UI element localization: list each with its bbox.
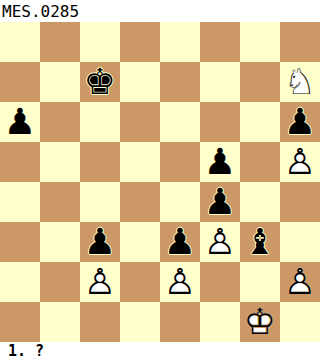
square-b2[interactable] bbox=[40, 262, 80, 302]
white-pawn: ♟♙ bbox=[160, 262, 200, 302]
square-h1[interactable] bbox=[280, 302, 320, 342]
square-d8[interactable] bbox=[120, 22, 160, 62]
white-king: ♚♔ bbox=[240, 302, 280, 342]
square-a2[interactable] bbox=[0, 262, 40, 302]
square-c6[interactable] bbox=[80, 102, 120, 142]
white-pawn: ♟♙ bbox=[80, 262, 120, 302]
square-h5[interactable]: ♟♙ bbox=[280, 142, 320, 182]
square-d3[interactable] bbox=[120, 222, 160, 262]
square-f6[interactable] bbox=[200, 102, 240, 142]
piece-outline: ♙ bbox=[80, 262, 120, 302]
piece-outline: ♙ bbox=[160, 262, 200, 302]
square-c5[interactable] bbox=[80, 142, 120, 182]
piece-outline: ♙ bbox=[280, 142, 320, 182]
square-g3[interactable]: ♝ bbox=[240, 222, 280, 262]
piece-glyph: ♟ bbox=[80, 222, 120, 262]
square-b3[interactable] bbox=[40, 222, 80, 262]
move-prompt: 1. ? bbox=[0, 342, 320, 360]
square-g2[interactable] bbox=[240, 262, 280, 302]
square-h7[interactable]: ♞♘ bbox=[280, 62, 320, 102]
square-a4[interactable] bbox=[0, 182, 40, 222]
square-e8[interactable] bbox=[160, 22, 200, 62]
square-b8[interactable] bbox=[40, 22, 80, 62]
square-g8[interactable] bbox=[240, 22, 280, 62]
piece-glyph: ♝ bbox=[240, 222, 280, 262]
puzzle-id: MES.0285 bbox=[0, 0, 320, 22]
square-e2[interactable]: ♟♙ bbox=[160, 262, 200, 302]
square-c1[interactable] bbox=[80, 302, 120, 342]
white-knight: ♞♘ bbox=[280, 62, 320, 102]
white-pawn: ♟♙ bbox=[200, 222, 240, 262]
square-e4[interactable] bbox=[160, 182, 200, 222]
black-pawn: ♟ bbox=[80, 222, 120, 262]
square-a5[interactable] bbox=[0, 142, 40, 182]
square-b6[interactable] bbox=[40, 102, 80, 142]
square-b5[interactable] bbox=[40, 142, 80, 182]
square-d2[interactable] bbox=[120, 262, 160, 302]
square-f7[interactable] bbox=[200, 62, 240, 102]
square-h6[interactable]: ♟ bbox=[280, 102, 320, 142]
square-h3[interactable] bbox=[280, 222, 320, 262]
piece-glyph: ♟ bbox=[160, 222, 200, 262]
black-pawn: ♟ bbox=[160, 222, 200, 262]
white-pawn: ♟♙ bbox=[280, 262, 320, 302]
square-a3[interactable] bbox=[0, 222, 40, 262]
square-g6[interactable] bbox=[240, 102, 280, 142]
square-e7[interactable] bbox=[160, 62, 200, 102]
piece-glyph: ♟ bbox=[200, 182, 240, 222]
black-bishop: ♝ bbox=[240, 222, 280, 262]
square-g4[interactable] bbox=[240, 182, 280, 222]
chess-board: ♚♞♘♟♟♟♟♙♟♟♟♟♙♝♟♙♟♙♟♙♚♔ bbox=[0, 22, 320, 342]
square-h2[interactable]: ♟♙ bbox=[280, 262, 320, 302]
piece-glyph: ♟ bbox=[280, 102, 320, 142]
square-a8[interactable] bbox=[0, 22, 40, 62]
square-d4[interactable] bbox=[120, 182, 160, 222]
black-king: ♚ bbox=[80, 62, 120, 102]
square-f4[interactable]: ♟ bbox=[200, 182, 240, 222]
square-b1[interactable] bbox=[40, 302, 80, 342]
square-g1[interactable]: ♚♔ bbox=[240, 302, 280, 342]
square-h8[interactable] bbox=[280, 22, 320, 62]
piece-outline: ♔ bbox=[240, 302, 280, 342]
square-f3[interactable]: ♟♙ bbox=[200, 222, 240, 262]
piece-outline: ♘ bbox=[280, 62, 320, 102]
square-d5[interactable] bbox=[120, 142, 160, 182]
square-e3[interactable]: ♟ bbox=[160, 222, 200, 262]
square-f1[interactable] bbox=[200, 302, 240, 342]
white-pawn: ♟♙ bbox=[280, 142, 320, 182]
square-c7[interactable]: ♚ bbox=[80, 62, 120, 102]
square-c2[interactable]: ♟♙ bbox=[80, 262, 120, 302]
square-h4[interactable] bbox=[280, 182, 320, 222]
square-c4[interactable] bbox=[80, 182, 120, 222]
piece-glyph: ♟ bbox=[0, 102, 40, 142]
square-g5[interactable] bbox=[240, 142, 280, 182]
square-e5[interactable] bbox=[160, 142, 200, 182]
square-d1[interactable] bbox=[120, 302, 160, 342]
square-f2[interactable] bbox=[200, 262, 240, 302]
square-d6[interactable] bbox=[120, 102, 160, 142]
square-f5[interactable]: ♟ bbox=[200, 142, 240, 182]
piece-outline: ♙ bbox=[280, 262, 320, 302]
square-e1[interactable] bbox=[160, 302, 200, 342]
square-c3[interactable]: ♟ bbox=[80, 222, 120, 262]
piece-outline: ♙ bbox=[200, 222, 240, 262]
square-a1[interactable] bbox=[0, 302, 40, 342]
square-e6[interactable] bbox=[160, 102, 200, 142]
square-a7[interactable] bbox=[0, 62, 40, 102]
square-d7[interactable] bbox=[120, 62, 160, 102]
square-a6[interactable]: ♟ bbox=[0, 102, 40, 142]
square-c8[interactable] bbox=[80, 22, 120, 62]
square-f8[interactable] bbox=[200, 22, 240, 62]
piece-glyph: ♟ bbox=[200, 142, 240, 182]
square-b4[interactable] bbox=[40, 182, 80, 222]
black-pawn: ♟ bbox=[280, 102, 320, 142]
piece-glyph: ♚ bbox=[80, 62, 120, 102]
black-pawn: ♟ bbox=[200, 182, 240, 222]
square-g7[interactable] bbox=[240, 62, 280, 102]
black-pawn: ♟ bbox=[0, 102, 40, 142]
square-b7[interactable] bbox=[40, 62, 80, 102]
black-pawn: ♟ bbox=[200, 142, 240, 182]
